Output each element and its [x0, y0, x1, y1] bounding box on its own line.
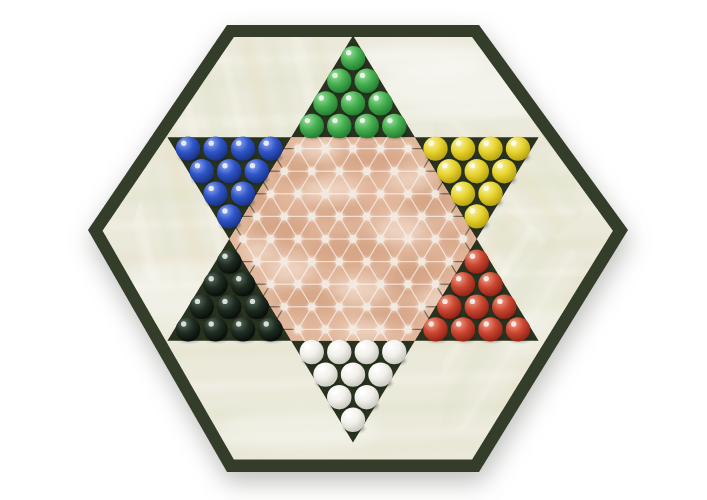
- hole-r9c5[interactable]: [348, 234, 359, 245]
- hole-r12c5[interactable]: [306, 301, 317, 312]
- marble-yellow-r6c11[interactable]: [465, 159, 489, 184]
- marble-blue-r5c4[interactable]: [258, 136, 282, 161]
- hole-r13c7[interactable]: [348, 324, 359, 335]
- hole-r6c5[interactable]: [306, 166, 317, 177]
- hole-r8c7[interactable]: [389, 211, 400, 222]
- marble-yellow-r5c11[interactable]: [451, 136, 475, 161]
- hole-r10c6[interactable]: [361, 256, 372, 267]
- hole-r9c3[interactable]: [293, 234, 304, 245]
- marble-red-r11c11[interactable]: [478, 272, 502, 297]
- marble-red-r13c13[interactable]: [506, 317, 530, 342]
- marble-blue-r6c3[interactable]: [245, 159, 269, 184]
- marble-black-r11c2[interactable]: [231, 272, 255, 297]
- hole-r9c2[interactable]: [265, 234, 276, 245]
- hole-r12c9[interactable]: [416, 301, 427, 312]
- board: [63, 0, 707, 500]
- hole-r9c7[interactable]: [403, 234, 414, 245]
- hole-r10c9[interactable]: [444, 256, 455, 267]
- hole-r7c8[interactable]: [403, 188, 414, 199]
- marble-red-r11c10[interactable]: [451, 272, 475, 297]
- marble-green-r1c1[interactable]: [341, 46, 365, 71]
- marble-black-r11c1[interactable]: [203, 272, 227, 297]
- hole-r10c4[interactable]: [306, 256, 317, 267]
- marble-white-r15c1[interactable]: [313, 362, 337, 387]
- hole-r9c8[interactable]: [430, 234, 441, 245]
- hole-r8c6[interactable]: [361, 211, 372, 222]
- hole-r5c6[interactable]: [320, 143, 331, 154]
- marble-black-r13c1[interactable]: [176, 317, 200, 342]
- marble-black-r12c1[interactable]: [190, 295, 214, 320]
- hole-r10c7[interactable]: [389, 256, 400, 267]
- hole-r11c9[interactable]: [430, 279, 441, 290]
- marble-green-r3c3[interactable]: [368, 91, 392, 116]
- marble-white-r14c3[interactable]: [355, 340, 379, 365]
- marble-green-r2c2[interactable]: [355, 69, 379, 94]
- hole-r11c4[interactable]: [293, 279, 304, 290]
- hole-r11c5[interactable]: [320, 279, 331, 290]
- hole-r11c8[interactable]: [403, 279, 414, 290]
- marble-yellow-r7c10[interactable]: [451, 182, 475, 207]
- marble-green-r4c4[interactable]: [382, 114, 406, 139]
- marble-red-r12c12[interactable]: [492, 295, 516, 320]
- marble-blue-r8c1[interactable]: [217, 204, 241, 229]
- marble-blue-r5c3[interactable]: [231, 136, 255, 161]
- marble-red-r13c11[interactable]: [451, 317, 475, 342]
- marble-white-r16c2[interactable]: [355, 385, 379, 410]
- marble-yellow-r6c10[interactable]: [437, 159, 461, 184]
- hole-r5c5[interactable]: [293, 143, 304, 154]
- marble-red-r10c10[interactable]: [465, 249, 489, 274]
- marble-yellow-r8c10[interactable]: [465, 204, 489, 229]
- hole-r13c5[interactable]: [293, 324, 304, 335]
- marble-blue-r6c1[interactable]: [190, 159, 214, 184]
- hole-r5c8[interactable]: [375, 143, 386, 154]
- marble-blue-r5c2[interactable]: [203, 136, 227, 161]
- hole-r8c5[interactable]: [334, 211, 345, 222]
- marble-blue-r7c2[interactable]: [231, 182, 255, 207]
- marble-white-r16c1[interactable]: [327, 385, 351, 410]
- marble-blue-r6c2[interactable]: [217, 159, 241, 184]
- hole-r7c7[interactable]: [375, 188, 386, 199]
- marble-red-r13c10[interactable]: [423, 317, 447, 342]
- hole-r13c6[interactable]: [320, 324, 331, 335]
- marble-black-r12c2[interactable]: [217, 295, 241, 320]
- marble-yellow-r6c12[interactable]: [492, 159, 516, 184]
- marble-green-r4c3[interactable]: [355, 114, 379, 139]
- marble-black-r13c4[interactable]: [258, 317, 282, 342]
- hole-r6c6[interactable]: [334, 166, 345, 177]
- hole-r9c6[interactable]: [375, 234, 386, 245]
- marble-black-r13c3[interactable]: [231, 317, 255, 342]
- marble-green-r2c1[interactable]: [327, 69, 351, 94]
- hole-r8c8[interactable]: [416, 211, 427, 222]
- hole-r11c7[interactable]: [375, 279, 386, 290]
- hole-r11c3[interactable]: [265, 279, 276, 290]
- hole-r5c7[interactable]: [348, 143, 359, 154]
- hole-r7c6[interactable]: [348, 188, 359, 199]
- marble-green-r3c2[interactable]: [341, 91, 365, 116]
- hole-r13c8[interactable]: [375, 324, 386, 335]
- marble-red-r12c10[interactable]: [437, 295, 461, 320]
- chinese-checkers-photo: [0, 0, 707, 500]
- marble-black-r10c1[interactable]: [217, 249, 241, 274]
- hole-r10c2[interactable]: [251, 256, 262, 267]
- marble-yellow-r7c11[interactable]: [478, 182, 502, 207]
- hole-r6c9[interactable]: [416, 166, 427, 177]
- hole-r12c6[interactable]: [334, 301, 345, 312]
- hole-r10c5[interactable]: [334, 256, 345, 267]
- board-svg: [0, 0, 707, 500]
- hole-r7c3[interactable]: [265, 188, 276, 199]
- marble-white-r14c2[interactable]: [327, 340, 351, 365]
- hole-r6c4[interactable]: [279, 166, 290, 177]
- hole-r12c4[interactable]: [279, 301, 290, 312]
- marble-green-r3c1[interactable]: [313, 91, 337, 116]
- hole-r10c3[interactable]: [279, 256, 290, 267]
- hole-r12c7[interactable]: [361, 301, 372, 312]
- marble-white-r17c1[interactable]: [341, 408, 365, 433]
- marble-red-r12c11[interactable]: [465, 295, 489, 320]
- hole-r10c8[interactable]: [416, 256, 427, 267]
- hole-r12c8[interactable]: [389, 301, 400, 312]
- hole-r11c6[interactable]: [348, 279, 359, 290]
- marble-red-r13c12[interactable]: [478, 317, 502, 342]
- marble-white-r14c1[interactable]: [300, 340, 324, 365]
- hole-r6c8[interactable]: [389, 166, 400, 177]
- marble-yellow-r5c10[interactable]: [423, 136, 447, 161]
- hole-r9c1[interactable]: [238, 234, 249, 245]
- hole-r6c7[interactable]: [361, 166, 372, 177]
- marble-white-r15c3[interactable]: [368, 362, 392, 387]
- marble-black-r12c3[interactable]: [245, 295, 269, 320]
- hole-r5c9[interactable]: [403, 143, 414, 154]
- hole-r13c9[interactable]: [403, 324, 414, 335]
- marble-yellow-r5c13[interactable]: [506, 136, 530, 161]
- hole-r8c2[interactable]: [251, 211, 262, 222]
- hole-r8c9[interactable]: [444, 211, 455, 222]
- marble-green-r4c2[interactable]: [327, 114, 351, 139]
- marble-yellow-r5c12[interactable]: [478, 136, 502, 161]
- hole-r8c4[interactable]: [306, 211, 317, 222]
- hole-r7c9[interactable]: [430, 188, 441, 199]
- hole-r8c3[interactable]: [279, 211, 290, 222]
- hole-r7c5[interactable]: [320, 188, 331, 199]
- marble-white-r15c2[interactable]: [341, 362, 365, 387]
- marble-white-r14c4[interactable]: [382, 340, 406, 365]
- marble-black-r13c2[interactable]: [203, 317, 227, 342]
- hole-r9c9[interactable]: [458, 234, 469, 245]
- hole-r9c4[interactable]: [320, 234, 331, 245]
- marble-blue-r5c1[interactable]: [176, 136, 200, 161]
- marble-blue-r7c1[interactable]: [203, 182, 227, 207]
- marble-green-r4c1[interactable]: [300, 114, 324, 139]
- hole-r7c4[interactable]: [293, 188, 304, 199]
